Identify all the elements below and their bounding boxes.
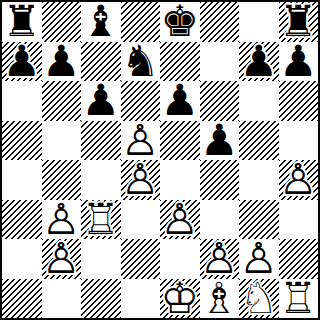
black-rook-icon: ♜ — [2, 2, 42, 42]
square-g3[interactable] — [239, 200, 279, 240]
square-a1[interactable] — [2, 279, 42, 319]
square-f1[interactable]: ♝♗ — [200, 279, 240, 319]
white-knight-icon: ♞♘ — [239, 279, 279, 319]
white-pawn-icon-fill: ♟ — [121, 160, 161, 200]
square-g5[interactable] — [239, 121, 279, 161]
black-pawn-icon: ♟ — [160, 81, 200, 121]
square-e2[interactable] — [160, 239, 200, 279]
square-c2[interactable] — [81, 239, 121, 279]
square-c1[interactable] — [81, 279, 121, 319]
white-rook-icon: ♜♖ — [81, 200, 121, 240]
white-pawn-icon-fill: ♟ — [239, 239, 279, 279]
square-f2[interactable]: ♟♙ — [200, 239, 240, 279]
white-pawn-icon-outline: ♙ — [42, 237, 81, 280]
square-d7[interactable]: ♞ — [121, 42, 161, 82]
square-f3[interactable] — [200, 200, 240, 240]
white-pawn-icon: ♟♙ — [200, 239, 240, 279]
square-h1[interactable]: ♜♖ — [279, 279, 319, 319]
square-d2[interactable] — [121, 239, 161, 279]
white-bishop-icon-fill: ♝ — [200, 279, 240, 319]
square-d6[interactable] — [121, 81, 161, 121]
white-pawn-icon: ♟♙ — [42, 239, 82, 279]
square-f7[interactable] — [200, 42, 240, 82]
square-a3[interactable] — [2, 200, 42, 240]
square-g7[interactable]: ♟ — [239, 42, 279, 82]
white-bishop-icon-outline: ♗ — [200, 277, 239, 320]
white-pawn-icon-fill: ♟ — [200, 239, 240, 279]
square-g6[interactable] — [239, 81, 279, 121]
square-a2[interactable] — [2, 239, 42, 279]
black-pawn-icon: ♟ — [279, 42, 319, 82]
square-f6[interactable] — [200, 81, 240, 121]
white-rook-icon-outline: ♖ — [81, 198, 120, 241]
square-g8[interactable] — [239, 2, 279, 42]
square-f4[interactable] — [200, 160, 240, 200]
black-pawn-icon: ♟ — [200, 121, 240, 161]
square-b2[interactable]: ♟♙ — [42, 239, 82, 279]
square-b5[interactable] — [42, 121, 82, 161]
square-c5[interactable] — [81, 121, 121, 161]
white-pawn-icon-outline: ♙ — [200, 237, 239, 280]
white-king-icon: ♚♔ — [160, 279, 200, 319]
square-c4[interactable] — [81, 160, 121, 200]
square-b3[interactable]: ♟♙ — [42, 200, 82, 240]
white-pawn-icon-outline: ♙ — [279, 158, 318, 201]
square-b6[interactable] — [42, 81, 82, 121]
white-pawn-icon-outline: ♙ — [121, 119, 160, 162]
white-rook-icon-fill: ♜ — [81, 200, 121, 240]
square-h7[interactable]: ♟ — [279, 42, 319, 82]
white-king-icon-outline: ♔ — [160, 277, 199, 320]
square-e8[interactable]: ♚ — [160, 2, 200, 42]
square-g1[interactable]: ♞♘ — [239, 279, 279, 319]
white-pawn-icon: ♟♙ — [121, 160, 161, 200]
square-a6[interactable] — [2, 81, 42, 121]
white-pawn-icon: ♟♙ — [42, 200, 82, 240]
square-h2[interactable] — [279, 239, 319, 279]
square-b4[interactable] — [42, 160, 82, 200]
white-pawn-icon: ♟♙ — [279, 160, 319, 200]
white-pawn-icon-fill: ♟ — [121, 121, 161, 161]
white-king-icon-fill: ♚ — [160, 279, 200, 319]
white-pawn-icon-outline: ♙ — [160, 198, 199, 241]
square-f5[interactable]: ♟ — [200, 121, 240, 161]
white-rook-icon: ♜♖ — [279, 279, 319, 319]
square-c7[interactable] — [81, 42, 121, 82]
black-king-icon: ♚ — [160, 2, 200, 42]
black-pawn-icon: ♟ — [81, 81, 121, 121]
black-pawn-icon: ♟ — [239, 42, 279, 82]
white-pawn-icon-outline: ♙ — [239, 237, 278, 280]
square-d4[interactable]: ♟♙ — [121, 160, 161, 200]
square-e6[interactable]: ♟ — [160, 81, 200, 121]
square-h6[interactable] — [279, 81, 319, 121]
square-e3[interactable]: ♟♙ — [160, 200, 200, 240]
white-pawn-icon-fill: ♟ — [42, 239, 82, 279]
square-b7[interactable]: ♟ — [42, 42, 82, 82]
white-knight-icon-fill: ♞ — [239, 279, 279, 319]
white-pawn-icon: ♟♙ — [121, 121, 161, 161]
square-c3[interactable]: ♜♖ — [81, 200, 121, 240]
white-pawn-icon-fill: ♟ — [160, 200, 200, 240]
white-bishop-icon: ♝♗ — [200, 279, 240, 319]
square-b1[interactable] — [42, 279, 82, 319]
square-a4[interactable] — [2, 160, 42, 200]
black-bishop-icon: ♝ — [81, 2, 121, 42]
square-c6[interactable]: ♟ — [81, 81, 121, 121]
square-h3[interactable] — [279, 200, 319, 240]
square-a7[interactable]: ♟ — [2, 42, 42, 82]
square-g4[interactable] — [239, 160, 279, 200]
white-pawn-icon-fill: ♟ — [42, 200, 82, 240]
square-e4[interactable] — [160, 160, 200, 200]
square-e1[interactable]: ♚♔ — [160, 279, 200, 319]
square-d5[interactable]: ♟♙ — [121, 121, 161, 161]
white-rook-icon-outline: ♖ — [279, 277, 318, 320]
square-c8[interactable]: ♝ — [81, 2, 121, 42]
square-a5[interactable] — [2, 121, 42, 161]
square-b8[interactable] — [42, 2, 82, 42]
white-pawn-icon: ♟♙ — [239, 239, 279, 279]
square-d3[interactable] — [121, 200, 161, 240]
square-g2[interactable]: ♟♙ — [239, 239, 279, 279]
white-pawn-icon-fill: ♟ — [279, 160, 319, 200]
black-pawn-icon: ♟ — [2, 42, 42, 82]
black-knight-icon: ♞ — [121, 42, 161, 82]
chess-board: ♜♝♚♜♟♟♞♟♟♟♟♟♙♟♟♙♟♙♟♙♜♖♟♙♟♙♟♙♟♙♚♔♝♗♞♘♜♖ — [0, 0, 320, 320]
square-h8[interactable]: ♜ — [279, 2, 319, 42]
white-pawn-icon-outline: ♙ — [121, 158, 160, 201]
square-a8[interactable]: ♜ — [2, 2, 42, 42]
square-d1[interactable] — [121, 279, 161, 319]
black-pawn-icon: ♟ — [42, 42, 82, 82]
square-f8[interactable] — [200, 2, 240, 42]
white-pawn-icon: ♟♙ — [160, 200, 200, 240]
square-e5[interactable] — [160, 121, 200, 161]
square-d8[interactable] — [121, 2, 161, 42]
square-e7[interactable] — [160, 42, 200, 82]
square-h5[interactable] — [279, 121, 319, 161]
white-pawn-icon-outline: ♙ — [42, 198, 81, 241]
black-rook-icon: ♜ — [279, 2, 319, 42]
square-h4[interactable]: ♟♙ — [279, 160, 319, 200]
white-knight-icon-outline: ♘ — [239, 277, 278, 320]
white-rook-icon-fill: ♜ — [279, 279, 319, 319]
